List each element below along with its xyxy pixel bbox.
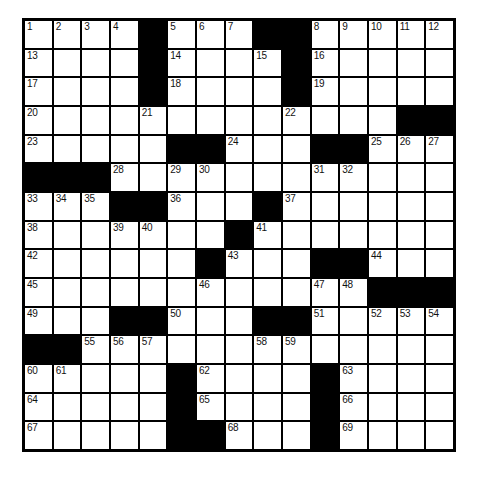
cell-r1c12[interactable]: 9	[340, 21, 367, 48]
cell-r2c2[interactable]	[54, 50, 81, 77]
clue-number: 52	[371, 309, 382, 319]
block-cell-r1c5	[140, 21, 167, 48]
clue-number: 29	[170, 165, 181, 175]
cell-r5c14[interactable]: 26	[398, 136, 425, 163]
cell-r11c15[interactable]: 54	[426, 308, 453, 335]
cell-r1c4[interactable]: 4	[111, 21, 138, 48]
cell-r5c5[interactable]	[140, 136, 167, 163]
cell-r2c13[interactable]	[369, 50, 396, 77]
block-cell-r6c1	[25, 164, 52, 191]
cell-r6c8[interactable]	[226, 164, 253, 191]
clue-number: 67	[27, 423, 38, 433]
clue-number: 60	[27, 366, 38, 376]
cell-r10c2[interactable]	[54, 279, 81, 306]
cell-r4c8[interactable]	[226, 107, 253, 134]
cell-r14c3[interactable]	[82, 394, 109, 421]
cell-r6c6[interactable]: 29	[168, 164, 195, 191]
clue-number: 15	[256, 51, 267, 61]
cell-r8c10[interactable]	[283, 222, 310, 249]
cell-r6c10[interactable]	[283, 164, 310, 191]
block-cell-r5c6	[168, 136, 195, 163]
cell-r11c2[interactable]	[54, 308, 81, 335]
cell-r6c12[interactable]: 32	[340, 164, 367, 191]
cell-r8c2[interactable]	[54, 222, 81, 249]
cell-r13c4[interactable]	[111, 365, 138, 392]
block-cell-r14c11	[312, 394, 339, 421]
cell-r13c15[interactable]	[426, 365, 453, 392]
cell-r4c9[interactable]	[254, 107, 281, 134]
cell-r1c2[interactable]: 2	[54, 21, 81, 48]
cell-r11c11[interactable]: 51	[312, 308, 339, 335]
cell-r11c13[interactable]: 52	[369, 308, 396, 335]
clue-number: 27	[428, 137, 439, 147]
clue-number: 45	[27, 280, 38, 290]
cell-r6c11[interactable]: 31	[312, 164, 339, 191]
block-cell-r11c5	[140, 308, 167, 335]
cell-r5c10[interactable]	[283, 136, 310, 163]
cell-r12c3[interactable]: 55	[82, 336, 109, 363]
cell-r15c5[interactable]	[140, 422, 167, 449]
cell-r9c15[interactable]	[426, 250, 453, 277]
cell-r12c13[interactable]	[369, 336, 396, 363]
block-cell-r13c11	[312, 365, 339, 392]
cell-r13c7[interactable]: 62	[197, 365, 224, 392]
cell-r12c6[interactable]	[168, 336, 195, 363]
cell-r5c1[interactable]: 23	[25, 136, 52, 163]
cell-r14c9[interactable]	[254, 394, 281, 421]
clue-number: 16	[314, 51, 325, 61]
block-cell-r12c1	[25, 336, 52, 363]
block-cell-r11c10	[283, 308, 310, 335]
cell-r13c14[interactable]	[398, 365, 425, 392]
cell-r7c13[interactable]	[369, 193, 396, 220]
cell-r15c13[interactable]	[369, 422, 396, 449]
cell-r9c2[interactable]	[54, 250, 81, 277]
cell-r1c15[interactable]: 12	[426, 21, 453, 48]
clue-number: 10	[371, 22, 382, 32]
crossword-page: 1234567891011121314151617181920212223242…	[0, 0, 480, 483]
block-cell-r15c7	[197, 422, 224, 449]
cell-r14c10[interactable]	[283, 394, 310, 421]
cell-r8c5[interactable]: 40	[140, 222, 167, 249]
cell-r10c11[interactable]: 47	[312, 279, 339, 306]
cell-r9c6[interactable]	[168, 250, 195, 277]
clue-number: 30	[199, 165, 210, 175]
cell-r4c10[interactable]: 22	[283, 107, 310, 134]
cell-r11c14[interactable]: 53	[398, 308, 425, 335]
cell-r13c10[interactable]	[283, 365, 310, 392]
block-cell-r10c14	[398, 279, 425, 306]
block-cell-r10c13	[369, 279, 396, 306]
cell-r2c11[interactable]: 16	[312, 50, 339, 77]
block-cell-r7c9	[254, 193, 281, 220]
clue-number: 58	[256, 337, 267, 347]
clue-number: 31	[314, 165, 325, 175]
cell-r7c15[interactable]	[426, 193, 453, 220]
clue-number: 26	[400, 137, 411, 147]
cell-r8c6[interactable]	[168, 222, 195, 249]
cell-r14c8[interactable]	[226, 394, 253, 421]
clue-number: 35	[84, 194, 95, 204]
cell-r11c3[interactable]	[82, 308, 109, 335]
cell-r12c8[interactable]	[226, 336, 253, 363]
clue-number: 61	[56, 366, 67, 376]
cell-r7c6[interactable]: 36	[168, 193, 195, 220]
cell-r8c3[interactable]	[82, 222, 109, 249]
clue-number: 2	[56, 22, 61, 32]
cell-r12c9[interactable]: 58	[254, 336, 281, 363]
clue-number: 55	[84, 337, 95, 347]
clue-number: 44	[371, 251, 382, 261]
cell-r12c12[interactable]	[340, 336, 367, 363]
cell-r8c11[interactable]	[312, 222, 339, 249]
cell-r3c11[interactable]: 19	[312, 78, 339, 105]
cell-r9c1[interactable]: 42	[25, 250, 52, 277]
cell-r8c12[interactable]	[340, 222, 367, 249]
cell-r8c1[interactable]: 38	[25, 222, 52, 249]
clue-number: 64	[27, 395, 38, 405]
clue-number: 32	[342, 165, 353, 175]
cell-r2c3[interactable]	[82, 50, 109, 77]
block-cell-r4c14	[398, 107, 425, 134]
cell-r5c8[interactable]: 24	[226, 136, 253, 163]
cell-r15c3[interactable]	[82, 422, 109, 449]
cell-r7c12[interactable]	[340, 193, 367, 220]
clue-number: 63	[342, 366, 353, 376]
block-cell-r15c11	[312, 422, 339, 449]
clue-number: 25	[371, 137, 382, 147]
clue-number: 62	[199, 366, 210, 376]
cell-r6c14[interactable]	[398, 164, 425, 191]
cell-r14c4[interactable]	[111, 394, 138, 421]
cell-r6c15[interactable]	[426, 164, 453, 191]
clue-number: 47	[314, 280, 325, 290]
cell-r7c1[interactable]: 33	[25, 193, 52, 220]
block-cell-r2c10	[283, 50, 310, 77]
cell-r10c3[interactable]	[82, 279, 109, 306]
block-cell-r5c7	[197, 136, 224, 163]
cell-r2c12[interactable]	[340, 50, 367, 77]
clue-number: 9	[342, 22, 347, 32]
cell-r7c8[interactable]	[226, 193, 253, 220]
cell-r15c8[interactable]: 68	[226, 422, 253, 449]
clue-number: 49	[27, 309, 38, 319]
cell-r15c4[interactable]	[111, 422, 138, 449]
clue-number: 11	[400, 22, 410, 32]
clue-number: 22	[285, 108, 296, 118]
cell-r1c11[interactable]: 8	[312, 21, 339, 48]
clue-number: 18	[170, 79, 181, 89]
cell-r11c1[interactable]: 49	[25, 308, 52, 335]
cell-r9c10[interactable]	[283, 250, 310, 277]
cell-r12c7[interactable]	[197, 336, 224, 363]
clue-number: 36	[170, 194, 181, 204]
clue-number: 37	[285, 194, 296, 204]
cell-r2c4[interactable]	[111, 50, 138, 77]
cell-r6c5[interactable]	[140, 164, 167, 191]
block-cell-r14c6	[168, 394, 195, 421]
block-cell-r11c4	[111, 308, 138, 335]
block-cell-r6c3	[82, 164, 109, 191]
cell-r14c2[interactable]	[54, 394, 81, 421]
cell-r14c14[interactable]	[398, 394, 425, 421]
cell-r8c15[interactable]	[426, 222, 453, 249]
clue-number: 43	[228, 251, 239, 261]
cell-r9c9[interactable]	[254, 250, 281, 277]
cell-r12c15[interactable]	[426, 336, 453, 363]
cell-r10c9[interactable]	[254, 279, 281, 306]
cell-r13c1[interactable]: 60	[25, 365, 52, 392]
cell-r1c8[interactable]: 7	[226, 21, 253, 48]
cell-r12c4[interactable]: 56	[111, 336, 138, 363]
clue-number: 59	[285, 337, 296, 347]
cell-r3c13[interactable]	[369, 78, 396, 105]
clue-number: 19	[314, 79, 325, 89]
block-cell-r12c2	[54, 336, 81, 363]
cell-r3c6[interactable]: 18	[168, 78, 195, 105]
clue-number: 40	[142, 223, 153, 233]
cell-r1c6[interactable]: 5	[168, 21, 195, 48]
cell-r2c7[interactable]	[197, 50, 224, 77]
clue-number: 28	[113, 165, 124, 175]
clue-number: 65	[199, 395, 210, 405]
clue-number: 53	[400, 309, 411, 319]
cell-r12c5[interactable]: 57	[140, 336, 167, 363]
cell-r2c15[interactable]	[426, 50, 453, 77]
block-cell-r13c6	[168, 365, 195, 392]
clue-number: 13	[27, 51, 38, 61]
clue-number: 56	[113, 337, 124, 347]
cell-r14c15[interactable]	[426, 394, 453, 421]
cell-r4c3[interactable]	[82, 107, 109, 134]
cell-r2c6[interactable]: 14	[168, 50, 195, 77]
clue-number: 24	[228, 137, 239, 147]
cell-r11c7[interactable]	[197, 308, 224, 335]
cell-r4c7[interactable]	[197, 107, 224, 134]
cell-r14c7[interactable]: 65	[197, 394, 224, 421]
cell-r5c15[interactable]: 27	[426, 136, 453, 163]
cell-r13c2[interactable]: 61	[54, 365, 81, 392]
block-cell-r1c10	[283, 21, 310, 48]
block-cell-r10c15	[426, 279, 453, 306]
cell-r7c14[interactable]	[398, 193, 425, 220]
cell-r8c14[interactable]	[398, 222, 425, 249]
cell-r15c12[interactable]: 69	[340, 422, 367, 449]
block-cell-r7c4	[111, 193, 138, 220]
cell-r2c9[interactable]: 15	[254, 50, 281, 77]
cell-r7c3[interactable]: 35	[82, 193, 109, 220]
cell-r7c11[interactable]	[312, 193, 339, 220]
clue-number: 46	[199, 280, 210, 290]
block-cell-r11c9	[254, 308, 281, 335]
cell-r13c3[interactable]	[82, 365, 109, 392]
clue-number: 8	[314, 22, 319, 32]
cell-r4c1[interactable]: 20	[25, 107, 52, 134]
cell-r4c5[interactable]: 21	[140, 107, 167, 134]
clue-number: 34	[56, 194, 67, 204]
cell-r15c15[interactable]	[426, 422, 453, 449]
cell-r13c9[interactable]	[254, 365, 281, 392]
clue-number: 12	[428, 22, 439, 32]
cell-r14c5[interactable]	[140, 394, 167, 421]
block-cell-r9c7	[197, 250, 224, 277]
cell-r4c2[interactable]	[54, 107, 81, 134]
clue-number: 68	[228, 423, 239, 433]
cell-r8c7[interactable]	[197, 222, 224, 249]
cell-r10c6[interactable]	[168, 279, 195, 306]
block-cell-r5c12	[340, 136, 367, 163]
cell-r6c7[interactable]: 30	[197, 164, 224, 191]
cell-r3c3[interactable]	[82, 78, 109, 105]
cell-r3c7[interactable]	[197, 78, 224, 105]
crossword-grid: 1234567891011121314151617181920212223242…	[22, 18, 456, 452]
block-cell-r2c5	[140, 50, 167, 77]
cell-r5c2[interactable]	[54, 136, 81, 163]
cell-r15c10[interactable]	[283, 422, 310, 449]
cell-r10c1[interactable]: 45	[25, 279, 52, 306]
cell-r3c12[interactable]	[340, 78, 367, 105]
cell-r5c9[interactable]	[254, 136, 281, 163]
clue-number: 7	[228, 22, 233, 32]
cell-r15c9[interactable]	[254, 422, 281, 449]
block-cell-r5c11	[312, 136, 339, 163]
cell-r4c12[interactable]	[340, 107, 367, 134]
cell-r14c13[interactable]	[369, 394, 396, 421]
cell-r3c14[interactable]	[398, 78, 425, 105]
cell-r4c13[interactable]	[369, 107, 396, 134]
cell-r13c8[interactable]	[226, 365, 253, 392]
cell-r5c3[interactable]	[82, 136, 109, 163]
cell-r1c13[interactable]: 10	[369, 21, 396, 48]
cell-r10c7[interactable]: 46	[197, 279, 224, 306]
cell-r9c14[interactable]	[398, 250, 425, 277]
cell-r12c11[interactable]	[312, 336, 339, 363]
cell-r10c10[interactable]	[283, 279, 310, 306]
cell-r14c1[interactable]: 64	[25, 394, 52, 421]
cell-r6c9[interactable]	[254, 164, 281, 191]
cell-r3c9[interactable]	[254, 78, 281, 105]
clue-number: 41	[256, 223, 267, 233]
clue-number: 21	[142, 108, 153, 118]
cell-r6c4[interactable]: 28	[111, 164, 138, 191]
cell-r1c1[interactable]: 1	[25, 21, 52, 48]
cell-r10c5[interactable]	[140, 279, 167, 306]
cell-r8c13[interactable]	[369, 222, 396, 249]
cell-r13c13[interactable]	[369, 365, 396, 392]
cell-r13c5[interactable]	[140, 365, 167, 392]
clue-number: 20	[27, 108, 38, 118]
cell-r15c2[interactable]	[54, 422, 81, 449]
cell-r8c9[interactable]: 41	[254, 222, 281, 249]
clue-number: 42	[27, 251, 38, 261]
clue-number: 3	[84, 22, 89, 32]
cell-r12c10[interactable]: 59	[283, 336, 310, 363]
block-cell-r7c5	[140, 193, 167, 220]
block-cell-r3c5	[140, 78, 167, 105]
cell-r7c2[interactable]: 34	[54, 193, 81, 220]
clue-number: 6	[199, 22, 204, 32]
cell-r11c6[interactable]: 50	[168, 308, 195, 335]
clue-number: 39	[113, 223, 124, 233]
cell-r3c4[interactable]	[111, 78, 138, 105]
clue-number: 66	[342, 395, 353, 405]
cell-r7c10[interactable]: 37	[283, 193, 310, 220]
cell-r10c12[interactable]: 48	[340, 279, 367, 306]
cell-r11c8[interactable]	[226, 308, 253, 335]
clue-number: 51	[314, 309, 325, 319]
cell-r3c8[interactable]	[226, 78, 253, 105]
clue-number: 5	[170, 22, 175, 32]
clue-number: 23	[27, 137, 38, 147]
cell-r13c12[interactable]: 63	[340, 365, 367, 392]
cell-r9c3[interactable]	[82, 250, 109, 277]
cell-r2c14[interactable]	[398, 50, 425, 77]
cell-r2c8[interactable]	[226, 50, 253, 77]
cell-r11c12[interactable]	[340, 308, 367, 335]
cell-r3c2[interactable]	[54, 78, 81, 105]
cell-r5c4[interactable]	[111, 136, 138, 163]
cell-r9c5[interactable]	[140, 250, 167, 277]
cell-r4c6[interactable]	[168, 107, 195, 134]
cell-r3c15[interactable]	[426, 78, 453, 105]
clue-number: 38	[27, 223, 38, 233]
block-cell-r4c15	[426, 107, 453, 134]
cell-r6c13[interactable]	[369, 164, 396, 191]
block-cell-r15c6	[168, 422, 195, 449]
cell-r5c13[interactable]: 25	[369, 136, 396, 163]
cell-r1c3[interactable]: 3	[82, 21, 109, 48]
block-cell-r8c8	[226, 222, 253, 249]
cell-r10c8[interactable]	[226, 279, 253, 306]
cell-r1c14[interactable]: 11	[398, 21, 425, 48]
cell-r4c11[interactable]	[312, 107, 339, 134]
cell-r2c1[interactable]: 13	[25, 50, 52, 77]
cell-r4c4[interactable]	[111, 107, 138, 134]
cell-r9c13[interactable]: 44	[369, 250, 396, 277]
clue-number: 4	[113, 22, 118, 32]
clue-number: 54	[428, 309, 439, 319]
block-cell-r6c2	[54, 164, 81, 191]
clue-number: 14	[170, 51, 181, 61]
block-cell-r9c11	[312, 250, 339, 277]
block-cell-r9c12	[340, 250, 367, 277]
cell-r10c4[interactable]	[111, 279, 138, 306]
cell-r3c1[interactable]: 17	[25, 78, 52, 105]
clue-number: 1	[27, 22, 32, 32]
cell-r15c1[interactable]: 67	[25, 422, 52, 449]
block-cell-r1c9	[254, 21, 281, 48]
clue-number: 48	[342, 280, 353, 290]
cell-r9c8[interactable]: 43	[226, 250, 253, 277]
cell-r12c14[interactable]	[398, 336, 425, 363]
clue-number: 57	[142, 337, 153, 347]
cell-r14c12[interactable]: 66	[340, 394, 367, 421]
clue-number: 33	[27, 194, 38, 204]
cell-r8c4[interactable]: 39	[111, 222, 138, 249]
clue-number: 69	[342, 423, 353, 433]
cell-r7c7[interactable]	[197, 193, 224, 220]
cell-r15c14[interactable]	[398, 422, 425, 449]
cell-r1c7[interactable]: 6	[197, 21, 224, 48]
clue-number: 17	[27, 79, 38, 89]
clue-number: 50	[170, 309, 181, 319]
cell-r9c4[interactable]	[111, 250, 138, 277]
block-cell-r3c10	[283, 78, 310, 105]
